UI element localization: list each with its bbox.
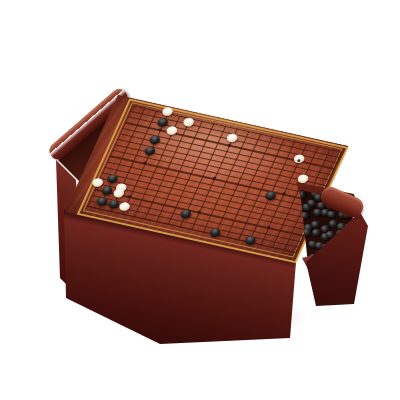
black-stone[interactable] [144,146,158,156]
white-stone[interactable] [161,106,175,116]
white-stone[interactable] [165,126,179,136]
black-stone[interactable] [149,134,163,144]
black-stone[interactable] [95,196,109,206]
black-stone[interactable] [100,185,114,195]
drawer-black-stone[interactable] [311,221,320,228]
black-stone[interactable] [105,174,119,184]
black-stone[interactable] [243,235,257,245]
white-stone[interactable] [182,117,196,127]
go-board-box-photo [0,0,400,400]
white-stone[interactable] [118,201,132,211]
black-stone[interactable] [179,209,193,219]
drawer-black-stone[interactable] [326,211,336,219]
white-stone[interactable] [226,133,240,143]
black-stone[interactable] [263,191,277,201]
white-stone[interactable] [91,177,105,187]
drawer-black-stone[interactable] [311,228,321,236]
black-stone[interactable] [208,228,222,238]
white-stone[interactable] [297,173,311,183]
